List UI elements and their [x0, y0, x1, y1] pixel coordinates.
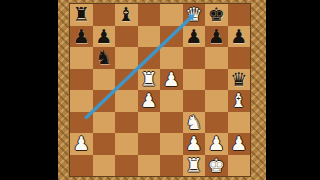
square-b4[interactable] [93, 90, 116, 112]
square-d6[interactable] [138, 47, 161, 69]
square-f1[interactable]: ♜ [183, 155, 206, 177]
square-g7[interactable]: ♟ [205, 26, 228, 48]
square-h1[interactable] [228, 155, 251, 177]
square-b3[interactable] [93, 112, 116, 134]
piece-white-pawn: ♟ [70, 133, 93, 155]
square-e6[interactable] [160, 47, 183, 69]
square-h6[interactable] [228, 47, 251, 69]
piece-white-rook: ♜ [138, 69, 161, 91]
square-d5[interactable]: ♜ [138, 69, 161, 91]
square-d4[interactable]: ♟ [138, 90, 161, 112]
square-a5[interactable] [70, 69, 93, 91]
square-e3[interactable] [160, 112, 183, 134]
square-f5[interactable] [183, 69, 206, 91]
square-d8[interactable] [138, 4, 161, 26]
piece-black-queen: ♛ [228, 69, 251, 91]
square-a2[interactable]: ♟ [70, 133, 93, 155]
square-a1[interactable] [70, 155, 93, 177]
square-a4[interactable] [70, 90, 93, 112]
square-d1[interactable] [138, 155, 161, 177]
square-c6[interactable] [115, 47, 138, 69]
letterbox-right [266, 0, 320, 180]
square-d7[interactable] [138, 26, 161, 48]
square-f4[interactable] [183, 90, 206, 112]
piece-white-rook: ♜ [183, 155, 206, 177]
piece-black-pawn: ♟ [205, 26, 228, 48]
square-g3[interactable] [205, 112, 228, 134]
piece-white-pawn: ♟ [138, 90, 161, 112]
square-f3[interactable]: ♞ [183, 112, 206, 134]
square-c3[interactable] [115, 112, 138, 134]
piece-white-pawn: ♟ [205, 133, 228, 155]
square-e1[interactable] [160, 155, 183, 177]
piece-black-rook: ♜ [70, 4, 93, 26]
square-h4[interactable]: ♝ [228, 90, 251, 112]
piece-black-bishop: ♝ [115, 4, 138, 26]
square-h3[interactable] [228, 112, 251, 134]
letterbox-left [0, 0, 58, 180]
square-d3[interactable] [138, 112, 161, 134]
square-c1[interactable] [115, 155, 138, 177]
square-b2[interactable] [93, 133, 116, 155]
piece-white-bishop: ♝ [228, 90, 251, 112]
square-b5[interactable] [93, 69, 116, 91]
piece-white-king: ♚ [205, 155, 228, 177]
piece-black-pawn: ♟ [93, 26, 116, 48]
piece-white-queen: ♛ [183, 4, 206, 26]
piece-white-pawn: ♟ [228, 133, 251, 155]
square-a3[interactable] [70, 112, 93, 134]
square-c8[interactable]: ♝ [115, 4, 138, 26]
square-c4[interactable] [115, 90, 138, 112]
square-g6[interactable] [205, 47, 228, 69]
piece-white-pawn: ♟ [183, 133, 206, 155]
square-b8[interactable] [93, 4, 116, 26]
square-e7[interactable] [160, 26, 183, 48]
piece-white-knight: ♞ [183, 112, 206, 134]
square-e2[interactable] [160, 133, 183, 155]
piece-white-pawn: ♟ [160, 69, 183, 91]
square-h7[interactable]: ♟ [228, 26, 251, 48]
square-f6[interactable] [183, 47, 206, 69]
piece-black-knight: ♞ [93, 47, 116, 69]
square-a7[interactable]: ♟ [70, 26, 93, 48]
square-c2[interactable] [115, 133, 138, 155]
square-b7[interactable]: ♟ [93, 26, 116, 48]
square-c7[interactable] [115, 26, 138, 48]
square-g5[interactable] [205, 69, 228, 91]
square-e5[interactable]: ♟ [160, 69, 183, 91]
square-e8[interactable] [160, 4, 183, 26]
square-g8[interactable]: ♚ [205, 4, 228, 26]
square-a6[interactable] [70, 47, 93, 69]
square-b6[interactable]: ♞ [93, 47, 116, 69]
chess-board[interactable]: ♜♝♛♚♟♟♟♟♟♞♜♟♛♟♝♞♟♟♟♟♜♚ [70, 4, 250, 176]
square-f7[interactable]: ♟ [183, 26, 206, 48]
square-a8[interactable]: ♜ [70, 4, 93, 26]
piece-black-pawn: ♟ [183, 26, 206, 48]
square-g2[interactable]: ♟ [205, 133, 228, 155]
square-b1[interactable] [93, 155, 116, 177]
piece-black-pawn: ♟ [70, 26, 93, 48]
square-e4[interactable] [160, 90, 183, 112]
square-c5[interactable] [115, 69, 138, 91]
square-h5[interactable]: ♛ [228, 69, 251, 91]
square-h2[interactable]: ♟ [228, 133, 251, 155]
square-h8[interactable] [228, 4, 251, 26]
piece-black-king: ♚ [205, 4, 228, 26]
square-f8[interactable]: ♛ [183, 4, 206, 26]
square-d2[interactable] [138, 133, 161, 155]
screenshot-stage: ♜♝♛♚♟♟♟♟♟♞♜♟♛♟♝♞♟♟♟♟♜♚ [0, 0, 320, 180]
square-f2[interactable]: ♟ [183, 133, 206, 155]
square-g1[interactable]: ♚ [205, 155, 228, 177]
square-g4[interactable] [205, 90, 228, 112]
piece-black-pawn: ♟ [228, 26, 251, 48]
